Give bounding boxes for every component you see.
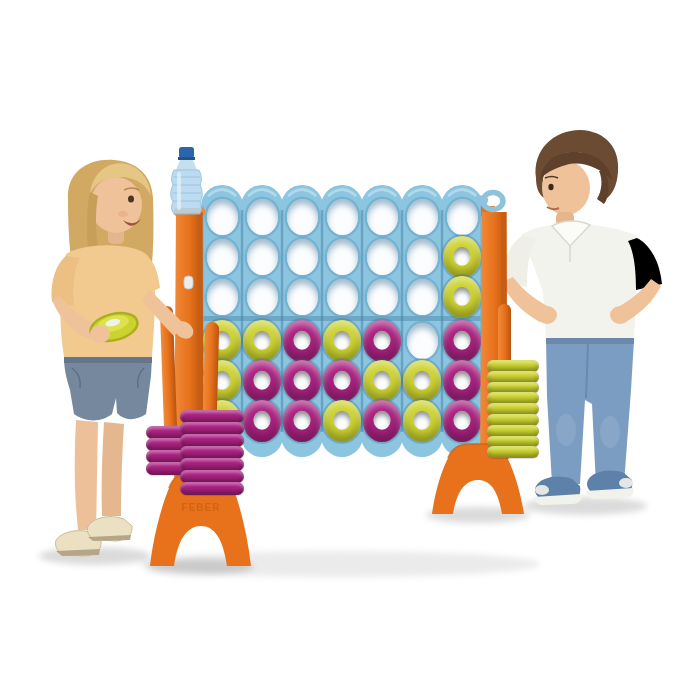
girl-shoe-left <box>55 531 101 556</box>
girl-side-hair <box>87 192 100 262</box>
grid-bottom-half <box>202 321 482 441</box>
girl-eye <box>128 195 134 202</box>
empty-hole <box>207 279 238 315</box>
cell-r4c3 <box>282 321 322 361</box>
boy-sneaker-right <box>586 471 634 499</box>
scallop-highlights <box>208 190 476 197</box>
yellow-disc <box>323 320 361 362</box>
magenta-disc-stack-left-front <box>180 411 244 495</box>
empty-hole <box>407 239 438 275</box>
held-yellow-disc <box>88 309 141 346</box>
cell-r2c6 <box>402 237 442 277</box>
yellow-disc <box>323 400 361 442</box>
cell-r2c3 <box>282 237 322 277</box>
boy-right-hand <box>610 306 630 324</box>
cell-r4c6 <box>402 321 442 361</box>
girl-hand-holding <box>90 325 110 343</box>
left-rear-rod <box>160 306 177 432</box>
cell-r5c5 <box>362 361 402 401</box>
boy-eye <box>548 184 553 190</box>
girl-eyebrow <box>124 188 139 190</box>
cell-r4c1 <box>202 321 242 361</box>
cell-r2c7 <box>442 237 482 277</box>
cell-r5c7 <box>442 361 482 401</box>
yellow-disc <box>443 236 481 278</box>
magenta-disc <box>243 360 281 402</box>
cell-r5c3 <box>282 361 322 401</box>
empty-hole <box>207 239 238 275</box>
girl-shorts <box>64 357 152 420</box>
boy-left-forearm <box>502 277 549 322</box>
cell-r6c5 <box>362 401 402 441</box>
cell-r4c7 <box>442 321 482 361</box>
cell-r3c6 <box>402 277 442 317</box>
cell-r3c7 <box>442 277 482 317</box>
cell-r4c5 <box>362 321 402 361</box>
empty-hole <box>407 323 438 359</box>
magenta-disc <box>363 400 401 442</box>
cell-r2c5 <box>362 237 402 277</box>
cell-r6c2 <box>242 401 282 441</box>
empty-hole <box>367 199 398 235</box>
cell-r5c6 <box>402 361 442 401</box>
cell-r1c2 <box>242 197 282 237</box>
yellow-disc <box>403 360 441 402</box>
girl-leg-left <box>75 420 98 530</box>
cell-r3c3 <box>282 277 322 317</box>
girl-leg-right <box>102 422 124 516</box>
empty-hole <box>327 239 358 275</box>
empty-hole <box>367 279 398 315</box>
magenta-disc <box>363 320 401 362</box>
grid-top-half <box>202 197 482 317</box>
boy-side-lock <box>597 170 609 204</box>
yellow-disc-stack-right <box>487 361 539 458</box>
yellow-stacked-disc <box>487 425 539 437</box>
girl-blush <box>118 211 128 217</box>
girl-forearm-holding <box>52 296 98 340</box>
magenta-disc <box>443 400 481 442</box>
boy-neck <box>556 212 574 226</box>
cell-r6c7 <box>442 401 482 441</box>
magenta-stacked-disc <box>180 482 244 495</box>
empty-hole <box>247 199 278 235</box>
magenta-disc <box>283 400 321 442</box>
cell-r1c6 <box>402 197 442 237</box>
cell-r2c4 <box>322 237 362 277</box>
cell-r4c2 <box>242 321 282 361</box>
magenta-disc <box>443 320 481 362</box>
cell-r3c1 <box>202 277 242 317</box>
embossed-logo: FEBER <box>182 502 221 513</box>
girl-neck <box>108 226 124 244</box>
cell-r6c3 <box>282 401 322 441</box>
empty-hole <box>447 199 478 235</box>
boy-right-forearm <box>616 279 661 323</box>
cell-r1c5 <box>362 197 402 237</box>
girl-reaching-arm <box>142 290 197 342</box>
boy-jeans <box>546 338 634 485</box>
cell-r1c7 <box>442 197 482 237</box>
magenta-disc <box>323 360 361 402</box>
cell-r4c4 <box>322 321 362 361</box>
cell-r1c3 <box>282 197 322 237</box>
yellow-disc <box>203 320 241 362</box>
cell-r6c6 <box>402 401 442 441</box>
girl-hair <box>68 160 154 312</box>
girl-shirt <box>60 245 155 357</box>
girl-shoe-right <box>87 517 132 541</box>
girl <box>52 160 160 556</box>
magenta-disc <box>443 360 481 402</box>
boy-polo-torso <box>522 224 638 346</box>
yellow-disc <box>403 400 441 442</box>
cell-r1c4 <box>322 197 362 237</box>
right-rod <box>498 304 511 366</box>
boy-fringe <box>540 152 612 180</box>
cell-r3c2 <box>242 277 282 317</box>
boy-jeans-seam <box>586 344 588 398</box>
cell-r2c1 <box>202 237 242 277</box>
girl-pocket-stitch-left <box>72 368 80 388</box>
bottle-cap <box>179 147 194 158</box>
girl-pocket-stitch-right <box>138 368 144 388</box>
yellow-stacked-disc <box>487 371 539 383</box>
yellow-disc <box>203 360 241 402</box>
empty-hole <box>247 279 278 315</box>
boy-left-hand <box>537 306 557 324</box>
magenta-disc <box>283 360 321 402</box>
boy-jeans-waist <box>546 338 634 344</box>
empty-hole <box>287 279 318 315</box>
cell-r1c1 <box>202 197 242 237</box>
water-bottle <box>171 147 203 214</box>
latch <box>184 276 193 289</box>
boy-face <box>542 161 590 215</box>
boy-mouth <box>547 207 559 209</box>
cell-r3c5 <box>362 277 402 317</box>
girl-smile <box>123 219 141 226</box>
cell-r5c4 <box>322 361 362 401</box>
boy-knee-highlight-right <box>600 416 620 448</box>
boy-collar <box>552 221 590 246</box>
girl-waistband <box>64 357 152 363</box>
empty-hole <box>407 279 438 315</box>
boy-knee-highlight-left <box>556 414 576 446</box>
product-photo-scene: FEBER <box>0 0 700 700</box>
empty-hole <box>327 199 358 235</box>
yellow-disc <box>243 320 281 362</box>
girl-face <box>90 177 142 233</box>
yellow-disc <box>443 276 481 318</box>
boy-eyebrow <box>545 177 558 179</box>
boy-left-sleeve <box>501 235 537 287</box>
yellow-disc <box>363 360 401 402</box>
yellow-stacked-disc <box>487 446 539 458</box>
cell-r6c4 <box>322 401 362 441</box>
girl-fringe <box>90 163 151 196</box>
cell-r5c2 <box>242 361 282 401</box>
empty-hole <box>207 199 238 235</box>
boy-right-sleeve <box>628 238 662 290</box>
girl-right-sleeve <box>138 256 160 296</box>
empty-hole <box>327 279 358 315</box>
cell-r3c4 <box>322 277 362 317</box>
empty-hole <box>367 239 398 275</box>
girl-left-sleeve <box>52 256 80 306</box>
empty-hole <box>287 199 318 235</box>
boy-hair <box>536 130 619 200</box>
empty-hole <box>247 239 278 275</box>
magenta-disc <box>243 400 281 442</box>
empty-hole <box>407 199 438 235</box>
boy-sneaker-left <box>534 477 582 505</box>
floor-shadows <box>39 497 647 577</box>
cell-r5c1 <box>202 361 242 401</box>
cell-r2c2 <box>242 237 282 277</box>
empty-hole <box>287 239 318 275</box>
magenta-disc <box>283 320 321 362</box>
